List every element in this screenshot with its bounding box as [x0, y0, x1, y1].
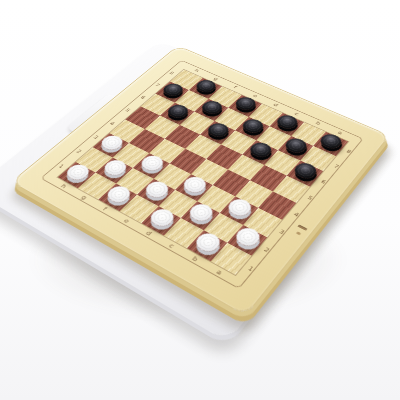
white-checker-piece [191, 230, 223, 255]
square-d2 [159, 190, 198, 218]
square-f1 [98, 183, 137, 211]
rank-label-east-1: 1 [245, 264, 257, 273]
square-b5 [250, 165, 287, 191]
black-checker-piece [290, 160, 319, 181]
square-d1 [141, 206, 180, 235]
square-h1 [58, 162, 96, 188]
square-b3 [220, 196, 258, 225]
square-e2 [137, 179, 175, 206]
black-checker-piece [239, 117, 267, 136]
black-checker-piece [164, 102, 192, 120]
square-c2 [181, 201, 220, 230]
file-label-south-a: a [213, 268, 225, 277]
white-checker-piece [141, 178, 172, 200]
white-checker-piece [100, 157, 130, 178]
rank-label-east-4: 4 [291, 211, 302, 219]
square-c3 [197, 185, 235, 213]
square-e1 [120, 195, 159, 224]
white-checker-piece [224, 196, 255, 219]
white-checker-piece [231, 224, 263, 249]
square-a5 [273, 176, 310, 203]
file-label-south-d: d [143, 229, 154, 237]
file-label-south-h: h [58, 183, 69, 190]
file-label-south-c: c [165, 242, 176, 251]
rank-label-east-6: 6 [318, 178, 329, 185]
rank-label-east-5: 5 [305, 194, 316, 202]
square-f2 [116, 168, 154, 195]
square-d3 [175, 174, 213, 201]
square-c4 [213, 169, 250, 196]
white-checker-piece [185, 201, 216, 224]
file-label-south-g: g [78, 194, 89, 202]
rank-label-west-1: 1 [56, 163, 66, 170]
latch-slot [297, 225, 307, 231]
square-a4 [258, 191, 296, 219]
white-checker-piece [103, 183, 134, 205]
black-checker-piece [281, 136, 309, 156]
square-c1 [164, 218, 204, 248]
latch-dot [296, 231, 301, 235]
square-b1 [187, 230, 227, 261]
white-checker-piece [179, 174, 209, 196]
rank-label-east-7: 7 [331, 163, 341, 170]
square-d4 [191, 159, 228, 185]
white-checker-piece [137, 153, 167, 174]
square-g2 [96, 157, 133, 183]
black-checker-piece [204, 121, 232, 140]
square-e3 [154, 163, 191, 189]
square-c5 [228, 155, 264, 181]
square-a2 [227, 225, 267, 256]
file-label-south-e: e [121, 217, 132, 225]
white-checker-piece [62, 162, 92, 183]
checkers-product-photo: hhggffeeddccbbaa8877665544332211 [0, 0, 400, 400]
square-a3 [243, 208, 282, 237]
square-b2 [204, 213, 243, 243]
black-checker-piece [246, 140, 275, 160]
black-checker-piece [198, 98, 225, 116]
square-g1 [78, 173, 116, 200]
white-checker-piece [146, 206, 178, 230]
rank-label-east-3: 3 [276, 228, 287, 236]
square-a6 [287, 160, 323, 186]
square-a1 [211, 243, 252, 275]
square-b4 [235, 180, 273, 208]
rank-label-east-2: 2 [261, 246, 272, 255]
file-label-south-f: f [99, 205, 110, 213]
file-label-south-b: b [189, 255, 201, 264]
